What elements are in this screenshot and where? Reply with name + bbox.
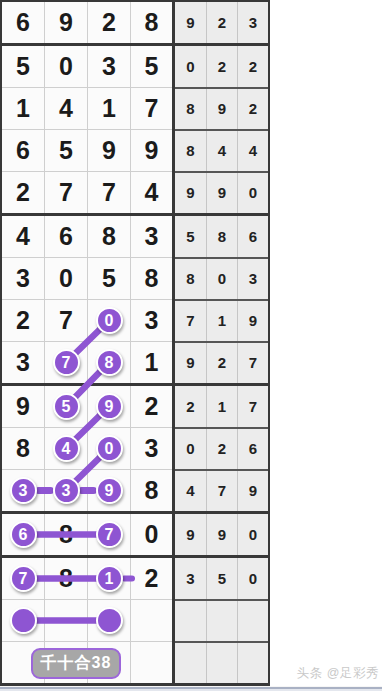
- cell-r5c4: 4: [131, 172, 172, 213]
- row-line-right-11: [175, 469, 268, 471]
- row-line-right-7: [175, 299, 268, 301]
- cell-r11c6: 2: [207, 428, 237, 469]
- cell-r9c5: 9: [175, 342, 206, 383]
- cell-r9c6: 2: [207, 342, 237, 383]
- cell-r6c4: 3: [131, 216, 172, 257]
- cell-r14c5: 3: [175, 558, 206, 599]
- cell-r3c2: 4: [45, 88, 87, 129]
- cell-r9c1: 3: [2, 342, 44, 383]
- grid-vline-3: [206, 2, 207, 683]
- cell-r6c2: 6: [45, 216, 87, 257]
- circled-number-r13c1: 6: [10, 521, 37, 548]
- cell-r2c5: 0: [175, 46, 206, 87]
- circled-number-r10c2: 5: [53, 393, 80, 420]
- circled-number-r9c3: 8: [96, 349, 123, 376]
- cell-r7c4: 8: [131, 258, 172, 299]
- row-line-right-10: [175, 427, 268, 429]
- cell-r5c5: 9: [175, 172, 206, 213]
- cell-r14c6: 5: [207, 558, 237, 599]
- cell-r5c3: 7: [88, 172, 130, 213]
- row-line-left-2: [2, 87, 172, 88]
- cell-r2c7: 2: [238, 46, 268, 87]
- cell-r3c7: 2: [238, 88, 268, 129]
- grid-vline-1: [87, 2, 88, 683]
- cell-r2c3: 3: [88, 46, 130, 87]
- row-line-left-10: [2, 427, 172, 428]
- cell-r1c4: 8: [131, 2, 172, 43]
- circled-number-r12c2: 3: [53, 477, 80, 504]
- board-border-left: [0, 0, 2, 686]
- cell-r13c7: 0: [238, 514, 268, 555]
- cell-r4c1: 6: [2, 130, 44, 171]
- cell-r1c1: 6: [2, 2, 44, 43]
- board-border-right: [268, 0, 270, 686]
- cell-r7c7: 3: [238, 258, 268, 299]
- cell-r6c7: 6: [238, 216, 268, 257]
- group-border-after-row-9: [0, 383, 270, 386]
- cell-r4c3: 9: [88, 130, 130, 171]
- cell-r15c4: [131, 600, 172, 641]
- row-line-right-14: [175, 599, 268, 601]
- group-border-after-row-5: [0, 213, 270, 216]
- cell-r10c6: 1: [207, 386, 237, 427]
- cell-r6c6: 8: [207, 216, 237, 257]
- cell-r7c1: 3: [2, 258, 44, 299]
- row-line-left-3: [2, 129, 172, 130]
- cell-r12c7: 9: [238, 470, 268, 511]
- group-border-after-row-13: [0, 555, 270, 558]
- cell-r3c4: 7: [131, 88, 172, 129]
- row-line-left-11: [2, 469, 172, 470]
- circled-number-r13c3: 7: [96, 521, 123, 548]
- cell-r2c4: 5: [131, 46, 172, 87]
- cell-r14c2: 8: [45, 558, 87, 599]
- cell-r3c1: 1: [2, 88, 44, 129]
- cell-r4c7: 4: [238, 130, 268, 171]
- cell-r11c4: 3: [131, 428, 172, 469]
- circled-number-r10c3: 9: [96, 393, 123, 420]
- cell-r5c7: 0: [238, 172, 268, 213]
- cell-r2c2: 0: [45, 46, 87, 87]
- circled-number-r14c3: 1: [96, 565, 123, 592]
- row-line-right-15: [175, 641, 268, 643]
- cell-r7c5: 8: [175, 258, 206, 299]
- cell-r2c1: 5: [2, 46, 44, 87]
- cell-r10c4: 2: [131, 386, 172, 427]
- dot-mark-r15c3: [96, 607, 123, 634]
- cell-r1c7: 3: [238, 2, 268, 43]
- circled-number-r12c1: 3: [10, 477, 37, 504]
- cell-r15c7: [238, 600, 268, 641]
- cell-r3c3: 1: [88, 88, 130, 129]
- cell-r4c5: 8: [175, 130, 206, 171]
- row-line-left-4: [2, 171, 172, 172]
- circled-number-r11c2: 4: [53, 435, 80, 462]
- cell-r7c6: 0: [207, 258, 237, 299]
- cell-r10c7: 7: [238, 386, 268, 427]
- board-border-top: [0, 0, 270, 2]
- cell-r5c6: 9: [207, 172, 237, 213]
- row-line-right-6: [175, 257, 268, 259]
- cell-r4c2: 5: [45, 130, 87, 171]
- cell-r15c6: [207, 600, 237, 641]
- section-divider: [172, 0, 175, 686]
- circled-number-r14c1: 7: [10, 565, 37, 592]
- cell-r12c6: 7: [207, 470, 237, 511]
- cell-r1c5: 9: [175, 2, 206, 43]
- row-line-left-15: [2, 641, 172, 642]
- cell-r6c5: 5: [175, 216, 206, 257]
- row-line-right-3: [175, 129, 268, 131]
- circled-number-r12c3: 9: [96, 477, 123, 504]
- cell-r13c5: 9: [175, 514, 206, 555]
- cell-r12c4: 8: [131, 470, 172, 511]
- cell-r15c5: [175, 600, 206, 641]
- group-border-after-row-1: [0, 43, 270, 46]
- watermark-text: 头条 @足彩秀: [297, 665, 379, 682]
- cell-r11c7: 6: [238, 428, 268, 469]
- cell-r9c4: 1: [131, 342, 172, 383]
- cell-r8c6: 1: [207, 300, 237, 341]
- row-line-left-7: [2, 299, 172, 300]
- row-line-left-6: [2, 257, 172, 258]
- grid-vline-2: [130, 2, 131, 683]
- cell-r4c6: 4: [207, 130, 237, 171]
- circled-number-r8c3: 0: [96, 307, 123, 334]
- cell-r1c6: 2: [207, 2, 237, 43]
- circled-number-r9c2: 7: [53, 349, 80, 376]
- cell-r9c7: 7: [238, 342, 268, 383]
- cell-r7c2: 0: [45, 258, 87, 299]
- cell-r10c5: 2: [175, 386, 206, 427]
- row-line-right-4: [175, 171, 268, 173]
- row-line-right-8: [175, 341, 268, 343]
- board-border-bottom: [0, 683, 270, 686]
- cell-r14c4: 2: [131, 558, 172, 599]
- cell-r3c6: 9: [207, 88, 237, 129]
- cell-r8c1: 2: [2, 300, 44, 341]
- cell-r13c2: 8: [45, 514, 87, 555]
- cell-r8c7: 9: [238, 300, 268, 341]
- lottery-trend-chart-page: 6928923503502214178926599844277499046835…: [0, 0, 382, 691]
- dot-mark-r15c1: [10, 607, 37, 634]
- cell-r15c2: [45, 600, 87, 641]
- cell-r8c4: 3: [131, 300, 172, 341]
- cell-r13c4: 0: [131, 514, 172, 555]
- group-border-after-row-12: [0, 511, 270, 514]
- cell-r16c7: [238, 642, 268, 683]
- cell-r5c2: 7: [45, 172, 87, 213]
- cell-r1c3: 2: [88, 2, 130, 43]
- cell-r6c3: 8: [88, 216, 130, 257]
- cell-r8c2: 7: [45, 300, 87, 341]
- grid-vline-0: [44, 2, 45, 683]
- cell-r11c1: 8: [2, 428, 44, 469]
- row-line-left-8: [2, 341, 172, 342]
- cell-r11c5: 0: [175, 428, 206, 469]
- cell-r14c7: 0: [238, 558, 268, 599]
- trend-grid-board: 6928923503502214178926599844277499046835…: [0, 0, 270, 686]
- cell-r2c6: 2: [207, 46, 237, 87]
- row-line-left-14: [2, 599, 172, 600]
- cell-r13c6: 9: [207, 514, 237, 555]
- cell-r16c5: [175, 642, 206, 683]
- cell-r10c1: 9: [2, 386, 44, 427]
- cell-r16c4: [131, 642, 172, 683]
- cell-r5c1: 2: [2, 172, 44, 213]
- cell-r7c3: 5: [88, 258, 130, 299]
- row-line-right-2: [175, 87, 268, 89]
- chart-title-badge: 千十合38: [31, 648, 121, 679]
- cell-r1c2: 9: [45, 2, 87, 43]
- circled-number-r11c3: 0: [96, 435, 123, 462]
- cell-r12c5: 4: [175, 470, 206, 511]
- cell-r3c5: 8: [175, 88, 206, 129]
- cell-r8c5: 7: [175, 300, 206, 341]
- cell-r4c4: 9: [131, 130, 172, 171]
- cell-r16c6: [207, 642, 237, 683]
- cell-r6c1: 4: [2, 216, 44, 257]
- grid-vline-4: [237, 2, 238, 683]
